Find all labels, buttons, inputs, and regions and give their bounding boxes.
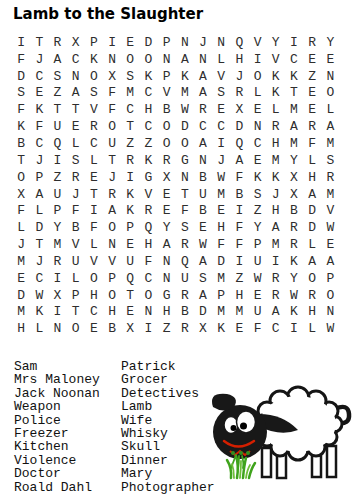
grid-cell-r5c17: E <box>303 101 321 118</box>
grid-cell-r9c18: R <box>321 169 339 186</box>
grid-cell-r4c13: R <box>230 85 248 102</box>
grid-cell-r5c13: X <box>230 101 248 118</box>
grid-cell-r4c15: K <box>267 85 285 102</box>
grid-cell-r3c7: S <box>121 68 139 85</box>
grid-cell-r1c18: Y <box>321 34 339 51</box>
grid-cell-r9c16: X <box>285 169 303 186</box>
grid-cell-r4c16: T <box>285 85 303 102</box>
page-title: Lamb to the Slaughter <box>13 5 203 23</box>
grid-cell-r16c8: O <box>139 287 157 304</box>
grid-cell-r7c12: I <box>212 135 230 152</box>
grid-cell-r3c2: C <box>30 68 48 85</box>
grid-cell-r16c15: R <box>267 287 285 304</box>
grid-cell-r10c12: M <box>212 186 230 203</box>
sheep-illustration <box>198 372 353 500</box>
grid-cell-r2c11: N <box>194 51 212 68</box>
grid-cell-r1c17: R <box>303 34 321 51</box>
word-list-item: Doctor <box>14 467 100 480</box>
grid-cell-r5c10: W <box>176 101 194 118</box>
grid-cell-r4c6: F <box>103 85 121 102</box>
grid-cell-r14c14: U <box>248 253 266 270</box>
grid-cell-r8c6: T <box>103 152 121 169</box>
grid-cell-r16c17: R <box>303 287 321 304</box>
grid-cell-r4c14: L <box>248 85 266 102</box>
grid-cell-r7c6: U <box>103 135 121 152</box>
grid-cell-r13c5: L <box>85 236 103 253</box>
grid-cell-r1c15: Y <box>267 34 285 51</box>
grid-cell-r3c4: N <box>67 68 85 85</box>
grid-cell-r15c2: C <box>30 270 48 287</box>
grid-cell-r16c13: H <box>230 287 248 304</box>
grid-cell-r5c9: B <box>158 101 176 118</box>
grid-cell-r6c7: T <box>121 118 139 135</box>
grid-cell-r7c11: A <box>194 135 212 152</box>
grid-cell-r4c5: S <box>85 85 103 102</box>
grid-cell-r18c6: B <box>103 320 121 337</box>
grid-cell-r6c6: O <box>103 118 121 135</box>
grid-cell-r3c6: X <box>103 68 121 85</box>
grid-cell-r1c14: V <box>248 34 266 51</box>
grid-cell-r17c10: B <box>176 304 194 321</box>
grid-cell-r18c11: X <box>194 320 212 337</box>
grid-cell-r11c17: D <box>303 202 321 219</box>
grid-cell-r6c2: F <box>30 118 48 135</box>
grid-cell-r11c11: B <box>194 202 212 219</box>
word-list-item: Sam <box>14 360 100 373</box>
grid-cell-r3c5: O <box>85 68 103 85</box>
grid-cell-r15c14: W <box>248 270 266 287</box>
grid-cell-r9c8: G <box>139 169 157 186</box>
grid-cell-r4c2: E <box>30 85 48 102</box>
grid-cell-r16c3: X <box>48 287 66 304</box>
grid-cell-r10c2: A <box>30 186 48 203</box>
grid-cell-r6c9: O <box>158 118 176 135</box>
grid-cell-r1c1: I <box>12 34 30 51</box>
grid-cell-r14c15: I <box>267 253 285 270</box>
grid-cell-r13c4: V <box>67 236 85 253</box>
grid-cell-r17c3: I <box>48 304 66 321</box>
grid-cell-r15c17: O <box>303 270 321 287</box>
grid-cell-r16c11: A <box>194 287 212 304</box>
grid-cell-r11c4: F <box>67 202 85 219</box>
grid-cell-r17c2: K <box>30 304 48 321</box>
grid-cell-r6c17: R <box>303 118 321 135</box>
grid-cell-r10c17: A <box>303 186 321 203</box>
grid-cell-r8c7: R <box>121 152 139 169</box>
word-list-column-1: SamMrs MaloneyJack NoonanWeaponPoliceFre… <box>14 360 100 494</box>
grid-cell-r6c13: D <box>230 118 248 135</box>
grid-cell-r9c3: Z <box>48 169 66 186</box>
grid-cell-r17c12: M <box>212 304 230 321</box>
grid-cell-r14c2: J <box>30 253 48 270</box>
grid-cell-r12c14: Y <box>248 219 266 236</box>
grid-cell-r2c3: A <box>48 51 66 68</box>
grid-cell-r15c4: L <box>67 270 85 287</box>
grid-cell-r4c12: S <box>212 85 230 102</box>
grid-cell-r13c2: T <box>30 236 48 253</box>
grid-cell-r8c8: K <box>139 152 157 169</box>
grid-cell-r2c17: E <box>303 51 321 68</box>
grid-cell-r12c5: F <box>85 219 103 236</box>
grid-cell-r17c14: U <box>248 304 266 321</box>
grid-cell-r18c10: R <box>176 320 194 337</box>
grid-cell-r5c12: E <box>212 101 230 118</box>
grid-cell-r1c2: T <box>30 34 48 51</box>
grass-tuft-icon <box>227 456 255 478</box>
grid-cell-r2c12: L <box>212 51 230 68</box>
grid-cell-r18c16: I <box>285 320 303 337</box>
grid-cell-r4c4: A <box>67 85 85 102</box>
grid-cell-r5c6: F <box>103 101 121 118</box>
grid-cell-r12c2: D <box>30 219 48 236</box>
grid-cell-r8c10: G <box>176 152 194 169</box>
grid-cell-r4c10: M <box>176 85 194 102</box>
grid-cell-r14c9: N <box>158 253 176 270</box>
grid-cell-r9c5: E <box>85 169 103 186</box>
grid-cell-r10c14: S <box>248 186 266 203</box>
grid-cell-r4c7: M <box>121 85 139 102</box>
grid-cell-r17c7: E <box>121 304 139 321</box>
grid-cell-r12c16: R <box>285 219 303 236</box>
grid-cell-r18c7: X <box>121 320 139 337</box>
grid-cell-r13c14: P <box>248 236 266 253</box>
grid-cell-r12c1: L <box>12 219 30 236</box>
grid-cell-r13c3: M <box>48 236 66 253</box>
grid-cell-r14c6: V <box>103 253 121 270</box>
grid-cell-r4c3: Z <box>48 85 66 102</box>
grid-cell-r17c5: C <box>85 304 103 321</box>
grid-cell-r7c8: Z <box>139 135 157 152</box>
grid-cell-r7c14: C <box>248 135 266 152</box>
grid-cell-r17c6: H <box>103 304 121 321</box>
grid-cell-r13c11: W <box>194 236 212 253</box>
grid-cell-r5c3: T <box>48 101 66 118</box>
grid-cell-r14c18: A <box>321 253 339 270</box>
grid-cell-r10c5: T <box>85 186 103 203</box>
grid-cell-r6c16: A <box>285 118 303 135</box>
grid-cell-r12c18: W <box>321 219 339 236</box>
grid-cell-r16c2: W <box>30 287 48 304</box>
grid-cell-r1c5: P <box>85 34 103 51</box>
grid-cell-r10c6: R <box>103 186 121 203</box>
grid-cell-r5c1: F <box>12 101 30 118</box>
grid-cell-r2c16: C <box>285 51 303 68</box>
grid-cell-r17c13: M <box>230 304 248 321</box>
grid-cell-r9c7: I <box>121 169 139 186</box>
grid-cell-r3c15: K <box>267 68 285 85</box>
grid-cell-r15c3: I <box>48 270 66 287</box>
grid-cell-r14c13: I <box>230 253 248 270</box>
grid-cell-r14c12: D <box>212 253 230 270</box>
grid-cell-r11c8: R <box>139 202 157 219</box>
grid-cell-r4c9: V <box>158 85 176 102</box>
grid-cell-r16c12: P <box>212 287 230 304</box>
grid-cell-r17c17: H <box>303 304 321 321</box>
grid-cell-r5c2: K <box>30 101 48 118</box>
wordsearch-grid: ITRXPIEDPNJNQVYIRYFJACKNOONANLHIVCEEDCSN… <box>12 34 339 337</box>
grid-cell-r8c3: I <box>48 152 66 169</box>
word-list-item: Violence <box>14 454 100 467</box>
grid-cell-r6c3: U <box>48 118 66 135</box>
grid-cell-r18c1: H <box>12 320 30 337</box>
grid-cell-r7c1: B <box>12 135 30 152</box>
grid-cell-r5c14: E <box>248 101 266 118</box>
grid-cell-r15c8: C <box>139 270 157 287</box>
grid-cell-r18c14: F <box>248 320 266 337</box>
grid-cell-r15c11: S <box>194 270 212 287</box>
grid-cell-r2c7: O <box>121 51 139 68</box>
grid-cell-r9c12: W <box>212 169 230 186</box>
grid-cell-r13c10: R <box>176 236 194 253</box>
grid-cell-r11c5: I <box>85 202 103 219</box>
grid-cell-r11c16: B <box>285 202 303 219</box>
grid-cell-r17c4: T <box>67 304 85 321</box>
grid-cell-r7c16: M <box>285 135 303 152</box>
grid-cell-r15c5: O <box>85 270 103 287</box>
grid-cell-r16c1: D <box>12 287 30 304</box>
grid-cell-r4c1: S <box>12 85 30 102</box>
grid-cell-r9c6: J <box>103 169 121 186</box>
grid-cell-r7c4: L <box>67 135 85 152</box>
grid-cell-r13c12: F <box>212 236 230 253</box>
grid-cell-r17c8: N <box>139 304 157 321</box>
grid-cell-r9c11: B <box>194 169 212 186</box>
grid-cell-r11c2: L <box>30 202 48 219</box>
grid-cell-r5c5: V <box>85 101 103 118</box>
grid-cell-r14c10: Q <box>176 253 194 270</box>
grid-cell-r1c4: X <box>67 34 85 51</box>
grid-cell-r11c15: H <box>267 202 285 219</box>
word-list-item: Kitchen <box>14 440 100 453</box>
grid-cell-r1c13: Q <box>230 34 248 51</box>
grid-cell-r4c18: O <box>321 85 339 102</box>
word-list-item: Weapon <box>14 400 100 413</box>
grid-cell-r7c3: Q <box>48 135 66 152</box>
grid-cell-r3c14: O <box>248 68 266 85</box>
grid-cell-r11c3: P <box>48 202 66 219</box>
grid-cell-r18c4: O <box>67 320 85 337</box>
grid-cell-r11c6: A <box>103 202 121 219</box>
grid-cell-r3c16: K <box>285 68 303 85</box>
grid-cell-r8c18: S <box>321 152 339 169</box>
grid-cell-r5c4: T <box>67 101 85 118</box>
grid-cell-r17c11: D <box>194 304 212 321</box>
grid-cell-r13c7: E <box>121 236 139 253</box>
grid-cell-r14c11: A <box>194 253 212 270</box>
grid-cell-r18c18: W <box>321 320 339 337</box>
grid-cell-r11c7: K <box>121 202 139 219</box>
grid-cell-r14c5: V <box>85 253 103 270</box>
grid-cell-r11c13: I <box>230 202 248 219</box>
grid-cell-r10c8: V <box>139 186 157 203</box>
grid-cell-r8c17: L <box>303 152 321 169</box>
grid-cell-r17c18: N <box>321 304 339 321</box>
grid-cell-r14c8: F <box>139 253 157 270</box>
grid-cell-r18c5: E <box>85 320 103 337</box>
grid-cell-r6c8: C <box>139 118 157 135</box>
grid-cell-r11c9: E <box>158 202 176 219</box>
grid-cell-r1c6: I <box>103 34 121 51</box>
word-list-item: Mrs Maloney <box>14 373 100 386</box>
grid-cell-r16c4: P <box>67 287 85 304</box>
grid-cell-r6c4: E <box>67 118 85 135</box>
grid-cell-r1c11: J <box>194 34 212 51</box>
grid-cell-r13c18: E <box>321 236 339 253</box>
word-list-item: Roald Dahl <box>14 481 100 494</box>
grid-cell-r7c7: Z <box>121 135 139 152</box>
grid-cell-r3c3: S <box>48 68 66 85</box>
grid-cell-r8c1: T <box>12 152 30 169</box>
grid-cell-r12c8: Q <box>139 219 157 236</box>
grid-cell-r5c15: L <box>267 101 285 118</box>
worksheet-page: Lamb to the Slaughter ITRXPIEDPNJNQVYIRY… <box>0 0 353 500</box>
grid-cell-r5c16: M <box>285 101 303 118</box>
grid-cell-r13c6: N <box>103 236 121 253</box>
grid-cell-r3c18: N <box>321 68 339 85</box>
word-list-item: Jack Noonan <box>14 387 100 400</box>
grid-cell-r10c10: T <box>176 186 194 203</box>
grid-cell-r18c15: C <box>267 320 285 337</box>
grid-cell-r6c10: D <box>176 118 194 135</box>
grid-cell-r12c17: D <box>303 219 321 236</box>
grid-cell-r5c11: R <box>194 101 212 118</box>
grid-cell-r14c1: M <box>12 253 30 270</box>
grid-cell-r18c3: N <box>48 320 66 337</box>
grid-cell-r12c12: H <box>212 219 230 236</box>
grid-cell-r15c6: P <box>103 270 121 287</box>
grid-cell-r15c18: P <box>321 270 339 287</box>
grid-cell-r16c16: W <box>285 287 303 304</box>
grid-cell-r9c9: X <box>158 169 176 186</box>
grid-cell-r12c4: B <box>67 219 85 236</box>
grid-cell-r5c7: C <box>121 101 139 118</box>
grid-cell-r6c14: N <box>248 118 266 135</box>
grid-cell-r17c1: M <box>12 304 30 321</box>
grid-cell-r18c9: Z <box>158 320 176 337</box>
grid-cell-r12c11: E <box>194 219 212 236</box>
grid-cell-r8c12: J <box>212 152 230 169</box>
grid-cell-r10c9: E <box>158 186 176 203</box>
grid-cell-r17c9: H <box>158 304 176 321</box>
grid-cell-r11c12: E <box>212 202 230 219</box>
grid-cell-r4c17: E <box>303 85 321 102</box>
grid-cell-r10c4: J <box>67 186 85 203</box>
grid-cell-r10c13: B <box>230 186 248 203</box>
grid-cell-r3c9: P <box>158 68 176 85</box>
grid-cell-r2c5: K <box>85 51 103 68</box>
grid-cell-r8c11: N <box>194 152 212 169</box>
grid-cell-r12c15: A <box>267 219 285 236</box>
grid-cell-r1c7: E <box>121 34 139 51</box>
grid-cell-r15c16: Y <box>285 270 303 287</box>
grid-cell-r2c8: O <box>139 51 157 68</box>
grid-cell-r7c18: M <box>321 135 339 152</box>
grid-cell-r14c4: U <box>67 253 85 270</box>
grid-cell-r4c11: A <box>194 85 212 102</box>
grid-cell-r7c10: O <box>176 135 194 152</box>
grid-cell-r7c15: H <box>267 135 285 152</box>
grid-cell-r9c14: K <box>248 169 266 186</box>
grid-cell-r9c17: H <box>303 169 321 186</box>
grid-cell-r8c14: E <box>248 152 266 169</box>
grid-cell-r18c17: L <box>303 320 321 337</box>
grid-cell-r5c18: L <box>321 101 339 118</box>
grid-cell-r9c1: O <box>12 169 30 186</box>
grid-cell-r17c15: A <box>267 304 285 321</box>
grid-cell-r8c5: L <box>85 152 103 169</box>
grid-cell-r11c14: Z <box>248 202 266 219</box>
grid-cell-r15c15: R <box>267 270 285 287</box>
grid-cell-r6c18: A <box>321 118 339 135</box>
grid-cell-r3c1: D <box>12 68 30 85</box>
grid-cell-r13c8: H <box>139 236 157 253</box>
grid-cell-r1c9: P <box>158 34 176 51</box>
grid-cell-r8c4: S <box>67 152 85 169</box>
grid-cell-r6c5: R <box>85 118 103 135</box>
grid-cell-r15c7: Q <box>121 270 139 287</box>
word-list-item: Police <box>14 414 100 427</box>
grid-cell-r13c9: A <box>158 236 176 253</box>
grid-cell-r7c17: F <box>303 135 321 152</box>
grid-cell-r3c13: J <box>230 68 248 85</box>
grid-cell-r8c9: R <box>158 152 176 169</box>
grid-cell-r2c1: F <box>12 51 30 68</box>
grid-cell-r15c9: N <box>158 270 176 287</box>
grid-cell-r2c10: A <box>176 51 194 68</box>
grid-cell-r2c13: H <box>230 51 248 68</box>
grid-cell-r2c4: C <box>67 51 85 68</box>
grid-cell-r16c9: G <box>158 287 176 304</box>
grid-cell-r16c6: O <box>103 287 121 304</box>
grid-cell-r10c16: X <box>285 186 303 203</box>
grid-cell-r3c10: K <box>176 68 194 85</box>
grid-cell-r7c2: C <box>30 135 48 152</box>
sheep-left-ear-icon <box>212 394 236 411</box>
grid-cell-r18c2: L <box>30 320 48 337</box>
grid-cell-r7c13: Q <box>230 135 248 152</box>
grid-cell-r2c14: I <box>248 51 266 68</box>
grid-cell-r10c11: U <box>194 186 212 203</box>
grid-cell-r10c3: U <box>48 186 66 203</box>
grid-cell-r14c3: R <box>48 253 66 270</box>
grid-cell-r10c18: M <box>321 186 339 203</box>
grid-cell-r12c13: F <box>230 219 248 236</box>
grid-cell-r11c1: F <box>12 202 30 219</box>
grid-cell-r4c8: C <box>139 85 157 102</box>
grid-cell-r15c1: E <box>12 270 30 287</box>
grid-cell-r12c10: S <box>176 219 194 236</box>
grid-cell-r1c12: N <box>212 34 230 51</box>
grid-cell-r6c12: C <box>212 118 230 135</box>
grid-cell-r8c15: M <box>267 152 285 169</box>
grid-cell-r12c6: O <box>103 219 121 236</box>
grid-cell-r15c13: Z <box>230 270 248 287</box>
grid-cell-r3c12: V <box>212 68 230 85</box>
grid-cell-r7c9: O <box>158 135 176 152</box>
grid-cell-r3c17: Z <box>303 68 321 85</box>
grid-cell-r16c14: E <box>248 287 266 304</box>
grid-cell-r8c13: A <box>230 152 248 169</box>
grid-cell-r14c7: U <box>121 253 139 270</box>
grid-cell-r13c13: F <box>230 236 248 253</box>
grid-cell-r10c1: X <box>12 186 30 203</box>
grid-cell-r2c18: E <box>321 51 339 68</box>
grid-cell-r17c16: K <box>285 304 303 321</box>
grid-cell-r16c10: R <box>176 287 194 304</box>
grid-cell-r16c7: T <box>121 287 139 304</box>
grid-cell-r16c18: O <box>321 287 339 304</box>
sheep-collar <box>230 451 250 455</box>
